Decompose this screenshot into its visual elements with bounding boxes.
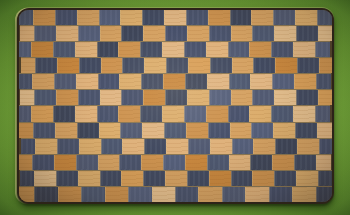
dark-square (253, 58, 275, 73)
dark-square (121, 26, 143, 41)
light-square (249, 106, 271, 121)
light-square (296, 171, 318, 186)
dark-square (100, 171, 122, 186)
dark-square (142, 10, 164, 25)
light-square (75, 106, 97, 121)
light-square (206, 42, 228, 57)
light-square (163, 74, 185, 89)
light-square (249, 42, 271, 57)
light-square (198, 187, 221, 202)
dark-square (54, 74, 76, 89)
light-square (274, 90, 296, 105)
light-square (294, 74, 316, 89)
board-grid (19, 10, 332, 202)
light-square (34, 171, 56, 186)
dark-square (19, 10, 33, 25)
light-square (252, 171, 274, 186)
dark-square (185, 74, 207, 89)
dark-square (53, 42, 75, 57)
dark-square (79, 58, 101, 73)
dark-square (144, 139, 166, 154)
dark-square (32, 155, 54, 170)
dark-square (55, 10, 77, 25)
board-row (19, 122, 332, 138)
dark-square (274, 171, 296, 186)
light-square (32, 74, 54, 89)
light-square (208, 10, 230, 25)
light-square (20, 26, 34, 41)
dark-square (315, 42, 330, 57)
light-square (19, 123, 33, 138)
dark-square (34, 187, 57, 202)
dark-square (319, 139, 332, 154)
light-square (119, 74, 141, 89)
light-square (56, 26, 78, 41)
dark-square (295, 123, 317, 138)
dark-square (163, 155, 185, 170)
light-square (293, 106, 315, 121)
dark-square (97, 42, 119, 57)
dark-square (20, 171, 34, 186)
dark-square (222, 187, 245, 202)
light-square (209, 171, 231, 186)
light-square (99, 123, 121, 138)
dark-square (272, 74, 294, 89)
light-square (55, 123, 77, 138)
dark-square (77, 123, 99, 138)
board-row (20, 170, 332, 186)
dark-square (273, 10, 295, 25)
light-square (19, 155, 32, 170)
dark-square (19, 42, 31, 57)
light-square (75, 42, 97, 57)
light-square (207, 74, 229, 89)
dark-square (315, 106, 330, 121)
dark-square (19, 74, 32, 89)
light-square (20, 90, 34, 105)
light-square (118, 106, 140, 121)
light-square (230, 123, 252, 138)
dark-square (164, 123, 186, 138)
light-square (293, 42, 315, 57)
dark-square (228, 42, 250, 57)
dark-square (269, 187, 292, 202)
dark-square (175, 187, 198, 202)
dark-square (271, 42, 293, 57)
light-square (31, 106, 53, 121)
light-square (187, 26, 209, 41)
dark-square (208, 123, 230, 138)
dark-square (121, 90, 143, 105)
light-square (143, 90, 165, 105)
dark-square (165, 26, 187, 41)
dark-square (316, 187, 332, 202)
light-square (250, 74, 272, 89)
dark-square (33, 123, 55, 138)
dark-square (318, 171, 332, 186)
dark-square (184, 42, 206, 57)
light-square (251, 10, 273, 25)
light-square (78, 171, 100, 186)
light-square (58, 187, 81, 202)
light-square (188, 58, 210, 73)
light-square (98, 155, 120, 170)
light-square (253, 139, 275, 154)
light-square (54, 155, 76, 170)
dark-square (229, 74, 251, 89)
game-board (17, 8, 334, 204)
light-square (292, 187, 315, 202)
light-square (57, 58, 79, 73)
dark-square (210, 58, 232, 73)
dark-square (57, 139, 79, 154)
light-square (120, 10, 142, 25)
light-square (142, 123, 164, 138)
dark-square (78, 26, 100, 41)
light-square (121, 171, 143, 186)
dark-square (101, 139, 123, 154)
light-square (165, 171, 187, 186)
light-square (118, 42, 140, 57)
light-square (19, 187, 34, 202)
dark-square (143, 171, 165, 186)
light-square (274, 26, 296, 41)
light-square (275, 58, 297, 73)
board-row (19, 41, 330, 57)
board-row (19, 73, 331, 89)
light-square (317, 123, 332, 138)
light-square (162, 42, 184, 57)
light-square (295, 10, 317, 25)
light-square (143, 26, 165, 41)
dark-square (297, 58, 319, 73)
dark-square (56, 171, 78, 186)
light-square (318, 26, 332, 41)
board-row (20, 89, 332, 105)
dark-square (122, 58, 144, 73)
scene-background (0, 0, 350, 215)
dark-square (53, 106, 75, 121)
board-row (21, 57, 332, 73)
light-square (231, 90, 253, 105)
light-square (231, 26, 253, 41)
light-square (272, 155, 294, 170)
light-square (56, 90, 78, 105)
light-square (232, 58, 254, 73)
dark-square (187, 171, 209, 186)
dark-square (99, 10, 121, 25)
dark-square (35, 58, 57, 73)
dark-square (250, 155, 272, 170)
light-square (318, 90, 332, 105)
board-row (20, 25, 332, 41)
light-square (186, 123, 208, 138)
light-square (187, 90, 209, 105)
dark-square (186, 10, 208, 25)
light-square (101, 58, 123, 73)
dark-square (76, 155, 98, 170)
light-square (105, 187, 128, 202)
dark-square (294, 155, 316, 170)
dark-square (128, 187, 151, 202)
dark-square (275, 139, 297, 154)
light-square (77, 10, 99, 25)
dark-square (140, 42, 162, 57)
board-row (19, 105, 330, 121)
light-square (33, 10, 55, 25)
light-square (185, 155, 207, 170)
light-square (273, 123, 295, 138)
light-square (162, 106, 184, 121)
dark-square (21, 139, 35, 154)
board-row (19, 154, 331, 170)
light-square (297, 139, 319, 154)
dark-square (34, 90, 56, 105)
dark-square (81, 187, 104, 202)
light-square (319, 58, 332, 73)
light-square (31, 42, 53, 57)
light-square (35, 139, 57, 154)
dark-square (98, 74, 120, 89)
dark-square (34, 26, 56, 41)
board-row (21, 138, 332, 154)
light-square (166, 139, 188, 154)
dark-square (209, 90, 231, 105)
dark-square (252, 26, 274, 41)
dark-square (140, 106, 162, 121)
dark-square (120, 123, 142, 138)
dark-square (230, 10, 252, 25)
dark-square (97, 106, 119, 121)
light-square (100, 26, 122, 41)
dark-square (141, 74, 163, 89)
dark-square (165, 90, 187, 105)
dark-square (188, 139, 210, 154)
dark-square (271, 106, 293, 121)
light-square (152, 187, 175, 202)
dark-square (209, 26, 231, 41)
dark-square (184, 106, 206, 121)
light-square (141, 155, 163, 170)
dark-square (119, 155, 141, 170)
light-square (164, 10, 186, 25)
light-square (144, 58, 166, 73)
dark-square (232, 139, 254, 154)
dark-square (78, 90, 100, 105)
light-square (316, 155, 331, 170)
dark-square (296, 90, 318, 105)
light-square (245, 187, 268, 202)
light-square (122, 139, 144, 154)
light-square (210, 139, 232, 154)
dark-square (166, 58, 188, 73)
dark-square (251, 123, 273, 138)
light-square (100, 90, 122, 105)
dark-square (231, 171, 253, 186)
light-square (229, 155, 251, 170)
dark-square (207, 155, 229, 170)
dark-square (228, 106, 250, 121)
light-square (79, 139, 101, 154)
board-row (19, 10, 332, 25)
dark-square (296, 26, 318, 41)
light-square (206, 106, 228, 121)
light-square (76, 74, 98, 89)
dark-square (316, 74, 331, 89)
dark-square (317, 10, 332, 25)
board-row (19, 186, 332, 202)
dark-square (252, 90, 274, 105)
light-square (21, 58, 35, 73)
dark-square (19, 106, 31, 121)
